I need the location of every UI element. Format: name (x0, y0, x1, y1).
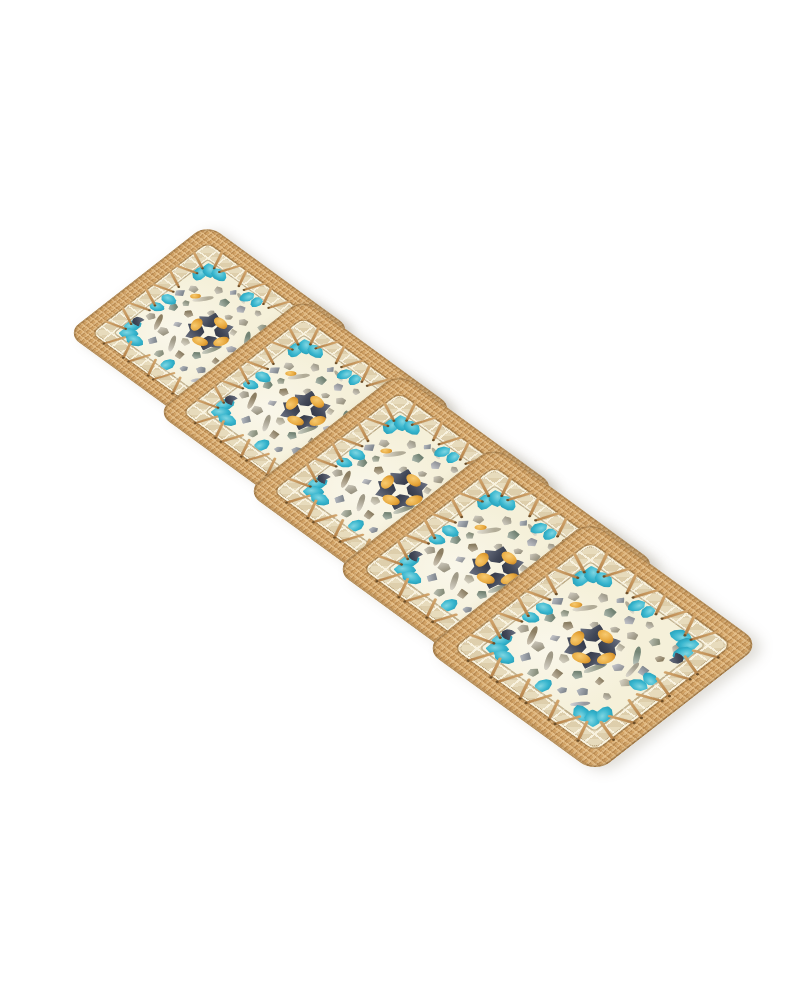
mosaic-piece-shard (623, 615, 636, 626)
mosaic-piece-shard (369, 496, 379, 505)
mosaic-piece-shard (360, 478, 371, 485)
mosaic-piece-shard (338, 508, 353, 518)
mosaic-piece-shard (517, 651, 534, 663)
mosaic-piece-shard (470, 513, 485, 524)
mosaic-piece-shard (430, 460, 442, 470)
mosaic-piece-shard (245, 428, 259, 438)
mosaic-piece-shard (143, 311, 157, 321)
mosaic-piece-shard (574, 686, 589, 697)
mosaic-piece-shard (186, 283, 200, 293)
mosaic-piece-shard (381, 510, 394, 521)
mosaic-piece-shard (602, 692, 612, 700)
mosaic-piece-shard (409, 451, 425, 464)
mosaic-piece-shard (551, 596, 565, 605)
mosaic-piece-shard (465, 531, 474, 539)
mosaic-piece-shard (432, 475, 444, 483)
mosaic-piece-shard (504, 528, 521, 541)
mosaic-piece-shard (267, 429, 281, 440)
mosaic-piece-shard (421, 544, 437, 555)
mosaic-piece-shard (182, 299, 190, 306)
mosaic-piece-shard (514, 623, 530, 635)
mosaic-piece-shard (524, 666, 540, 677)
mosaic-piece-shard (557, 687, 567, 694)
mosaic-piece-shard (266, 400, 276, 407)
mosaic-piece-shard (363, 443, 376, 452)
mosaic-piece-petal (569, 601, 581, 607)
mosaic-piece-petal (474, 524, 486, 530)
mosaic-piece-shard (145, 335, 159, 345)
mosaic-piece-bar (542, 650, 554, 670)
mosaic-piece-bar (166, 335, 176, 352)
mosaic-piece-shard (361, 509, 375, 520)
mosaic-piece-bar (260, 414, 271, 431)
mosaic-piece-shard (617, 678, 631, 688)
mosaic-piece-shard (456, 519, 469, 528)
mosaic-piece-shard (276, 377, 284, 384)
mosaic-piece-shard (329, 467, 344, 478)
mosaic-piece-shard (560, 619, 575, 631)
mosaic-piece-bar (570, 701, 591, 706)
mosaic-piece-shard (182, 308, 195, 318)
mosaic-piece-shard (335, 397, 347, 405)
mosaic-piece-shard (274, 446, 283, 452)
mosaic-piece-shard (190, 351, 202, 361)
mosaic-piece-shard (549, 667, 564, 679)
mosaic-piece-shard (268, 366, 280, 374)
mosaic-piece-shard (376, 437, 391, 448)
mosaic-piece-petal (380, 448, 391, 453)
mosaic-piece-bar (354, 493, 365, 511)
mosaic-piece-shard (236, 389, 250, 399)
mosaic-piece-shard (179, 366, 188, 372)
mosaic-piece-petal (285, 370, 296, 375)
mosaic-piece-shard (654, 655, 665, 663)
mosaic-piece-shard (173, 349, 186, 359)
mosaic-piece-shard (570, 669, 584, 680)
mosaic-piece-shard (372, 464, 386, 475)
mosaic-piece-shard (152, 348, 165, 357)
mosaic-piece-shard (281, 360, 295, 370)
mosaic-piece-shard (500, 515, 513, 526)
mosaic-piece-shard (596, 592, 610, 603)
mosaic-piece-shard (645, 621, 654, 629)
mosaic-piece-shard (172, 321, 182, 328)
mosaic-piece-shard (565, 590, 581, 601)
product-photo (0, 0, 800, 1000)
mosaic-piece-shard (455, 588, 470, 600)
mosaic-piece-shard (526, 537, 538, 547)
mosaic-piece-shard (646, 636, 662, 648)
mosaic-piece-shard (558, 653, 569, 663)
mosaic-piece-shard (625, 631, 638, 640)
mosaic-piece-shard (237, 318, 248, 326)
mosaic-piece-bar (447, 571, 459, 590)
mosaic-piece-shard (254, 310, 262, 317)
mosaic-piece-shard (213, 285, 225, 295)
mosaic-piece-shard (610, 662, 625, 672)
mosaic-piece-shard (593, 676, 606, 686)
mosaic-piece-shard (174, 289, 186, 297)
mosaic-piece-shard (312, 374, 327, 386)
mosaic-piece-shard (180, 337, 190, 345)
mosaic-piece-shard (560, 609, 570, 617)
mosaic-piece-shard (332, 494, 347, 505)
mosaic-piece-shard (309, 362, 321, 372)
mosaic-piece-shard (424, 572, 440, 584)
mosaic-piece-shard (332, 382, 343, 391)
mosaic-piece-shard (352, 388, 360, 395)
mosaic-piece-petal (190, 293, 201, 298)
mosaic-piece-shard (405, 439, 418, 449)
mosaic-piece-shard (466, 541, 481, 553)
mosaic-piece-shard (235, 305, 246, 314)
mosaic-piece-shard (600, 605, 617, 619)
mosaic-piece-shard (216, 296, 231, 308)
mosaic-piece-shard (277, 386, 291, 397)
mosaic-piece-shard (431, 587, 446, 598)
mosaic-piece-shard (238, 414, 253, 425)
mosaic-piece-shard (368, 527, 377, 533)
mosaic-piece-shard (454, 556, 465, 563)
mosaic-piece-shard (463, 574, 474, 583)
mosaic-piece-shard (285, 430, 298, 440)
mosaic-piece-shard (548, 634, 559, 642)
mosaic-piece-shard (371, 454, 380, 461)
mosaic-piece-shard (274, 417, 284, 426)
